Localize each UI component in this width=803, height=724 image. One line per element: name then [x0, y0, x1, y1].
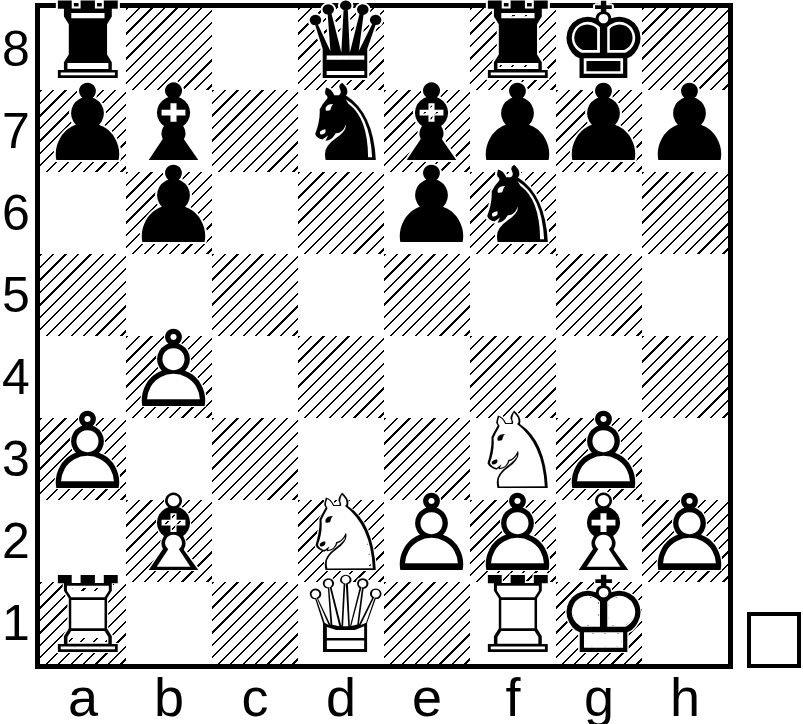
piece-outline-layer: ♕: [298, 575, 384, 657]
square-d5[interactable]: [298, 254, 384, 336]
square-h2[interactable]: ♟♙: [642, 500, 728, 582]
file-labels: abcdefgh: [40, 670, 728, 724]
square-a1[interactable]: ♜♖: [40, 582, 126, 664]
square-c6[interactable]: [212, 172, 298, 254]
piece-outline-layer: ♙: [40, 411, 126, 493]
black-pawn-h7: ♟: [642, 90, 728, 172]
white-pawn-h2: ♟♙: [642, 500, 728, 582]
piece-outline-layer: ♙: [126, 329, 212, 411]
piece-outline-layer: ♙: [384, 493, 470, 575]
square-e1[interactable]: [384, 582, 470, 664]
rank-label-2: 2: [0, 500, 32, 582]
black-knight-f6: ♞: [470, 172, 556, 254]
square-h4[interactable]: [642, 336, 728, 418]
black-pawn-a7: ♟: [40, 90, 126, 172]
rank-label-7: 7: [0, 90, 32, 172]
piece-glyph-layer: ♞: [470, 165, 556, 247]
rank-label-5: 5: [0, 254, 32, 336]
square-e6[interactable]: ♟: [384, 172, 470, 254]
square-a3[interactable]: ♟♙: [40, 418, 126, 500]
file-label-h: h: [642, 670, 728, 724]
square-c2[interactable]: [212, 500, 298, 582]
square-c8[interactable]: [212, 8, 298, 90]
square-d7[interactable]: ♞: [298, 90, 384, 172]
square-a6[interactable]: [40, 172, 126, 254]
rank-label-6: 6: [0, 172, 32, 254]
square-a5[interactable]: [40, 254, 126, 336]
square-c1[interactable]: [212, 582, 298, 664]
square-e2[interactable]: ♟♙: [384, 500, 470, 582]
square-b6[interactable]: ♟: [126, 172, 212, 254]
piece-glyph-layer: ♟: [642, 83, 728, 165]
rank-label-3: 3: [0, 418, 32, 500]
square-c7[interactable]: [212, 90, 298, 172]
rank-label-1: 1: [0, 582, 32, 664]
square-g5[interactable]: [556, 254, 642, 336]
file-label-c: c: [212, 670, 298, 724]
white-pawn-e2: ♟♙: [384, 500, 470, 582]
file-label-f: f: [470, 670, 556, 724]
piece-outline-layer: ♙: [642, 493, 728, 575]
square-e5[interactable]: [384, 254, 470, 336]
rank-labels: 87654321: [0, 8, 32, 664]
black-pawn-b6: ♟: [126, 172, 212, 254]
piece-outline-layer: ♖: [40, 575, 126, 657]
square-d6[interactable]: [298, 172, 384, 254]
white-pawn-b4: ♟♙: [126, 336, 212, 418]
piece-glyph-layer: ♟: [40, 83, 126, 165]
file-label-a: a: [40, 670, 126, 724]
white-pawn-a3: ♟♙: [40, 418, 126, 500]
black-knight-d7: ♞: [298, 90, 384, 172]
square-h1[interactable]: [642, 582, 728, 664]
square-a7[interactable]: ♟: [40, 90, 126, 172]
square-f1[interactable]: ♜♖: [470, 582, 556, 664]
square-e4[interactable]: [384, 336, 470, 418]
square-d4[interactable]: [298, 336, 384, 418]
chess-diagram: 87654321 ♜♛♜♚♟♝♞♝♟♟♟♟♟♞♟♙♟♙♞♘♟♙♝♗♞♘♟♙♟♙♝…: [0, 0, 803, 724]
rank-label-4: 4: [0, 336, 32, 418]
file-label-b: b: [126, 670, 212, 724]
white-to-move-indicator: [747, 612, 801, 668]
square-c4[interactable]: [212, 336, 298, 418]
file-label-d: d: [298, 670, 384, 724]
piece-glyph-layer: ♟: [384, 165, 470, 247]
white-king-g1: ♚♔: [556, 582, 642, 664]
square-h6[interactable]: [642, 172, 728, 254]
square-c5[interactable]: [212, 254, 298, 336]
square-h5[interactable]: [642, 254, 728, 336]
white-rook-f1: ♜♖: [470, 582, 556, 664]
square-h7[interactable]: ♟: [642, 90, 728, 172]
file-label-g: g: [556, 670, 642, 724]
square-g7[interactable]: ♟: [556, 90, 642, 172]
square-g6[interactable]: [556, 172, 642, 254]
black-pawn-e6: ♟: [384, 172, 470, 254]
piece-glyph-layer: ♟: [556, 83, 642, 165]
file-label-e: e: [384, 670, 470, 724]
square-c3[interactable]: [212, 418, 298, 500]
square-b4[interactable]: ♟♙: [126, 336, 212, 418]
rank-label-8: 8: [0, 8, 32, 90]
piece-glyph-layer: ♟: [126, 165, 212, 247]
square-f5[interactable]: [470, 254, 556, 336]
white-queen-d1: ♛♕: [298, 582, 384, 664]
piece-outline-layer: ♗: [126, 493, 212, 575]
white-bishop-b2: ♝♗: [126, 500, 212, 582]
piece-outline-layer: ♔: [556, 575, 642, 657]
chess-board: ♜♛♜♚♟♝♞♝♟♟♟♟♟♞♟♙♟♙♞♘♟♙♝♗♞♘♟♙♟♙♝♗♟♙♜♖♛♕♜♖…: [35, 3, 733, 669]
square-d1[interactable]: ♛♕: [298, 582, 384, 664]
square-b2[interactable]: ♝♗: [126, 500, 212, 582]
piece-outline-layer: ♖: [470, 575, 556, 657]
black-pawn-g7: ♟: [556, 90, 642, 172]
square-g1[interactable]: ♚♔: [556, 582, 642, 664]
square-f6[interactable]: ♞: [470, 172, 556, 254]
piece-glyph-layer: ♞: [298, 83, 384, 165]
white-rook-a1: ♜♖: [40, 582, 126, 664]
square-b1[interactable]: [126, 582, 212, 664]
